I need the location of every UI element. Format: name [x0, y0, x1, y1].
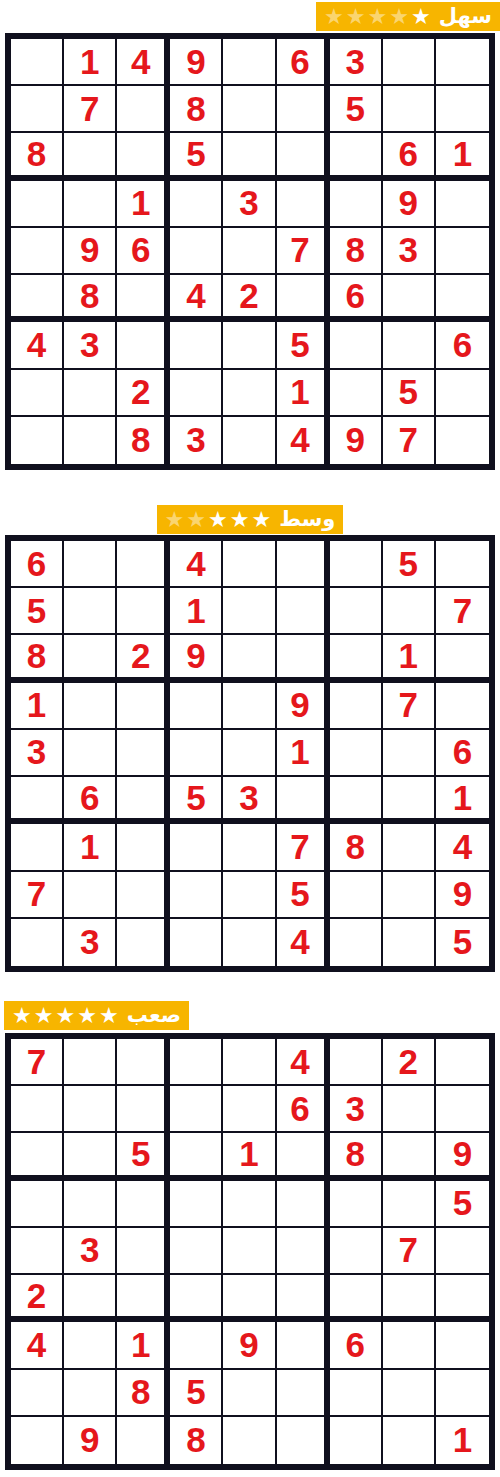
sudoku-cell-r5c4[interactable] [170, 730, 223, 777]
sudoku-cell-r3c5[interactable] [223, 133, 276, 180]
sudoku-cell-r1c8[interactable]: 2 [383, 1039, 436, 1086]
star-icon: ★ [368, 6, 388, 28]
sudoku-cell-r3c3[interactable]: 2 [117, 635, 170, 682]
sudoku-cell-r9c9[interactable]: 5 [436, 919, 489, 966]
sudoku-cell-r4c5[interactable]: 3 [223, 181, 276, 228]
sudoku-cell-r2c7[interactable]: 5 [330, 86, 383, 133]
sudoku-cell-r1c7[interactable] [330, 541, 383, 588]
sudoku-cell-r5c6[interactable] [277, 1228, 330, 1275]
sudoku-cell-r6c8[interactable] [383, 275, 436, 322]
sudoku-cell-r8c6[interactable] [277, 1370, 330, 1417]
sudoku-cell-r7c9[interactable]: 4 [436, 824, 489, 871]
sudoku-cell-r9c7[interactable]: 9 [330, 417, 383, 464]
sudoku-cell-r5c2[interactable]: 3 [64, 1228, 117, 1275]
sudoku-cell-r7c2[interactable]: 1 [64, 824, 117, 871]
sudoku-cell-r8c3[interactable] [117, 872, 170, 919]
sudoku-cell-r7c4[interactable] [170, 322, 223, 369]
sudoku-cell-r6c8[interactable] [383, 1275, 436, 1322]
sudoku-cell-r9c5[interactable] [223, 919, 276, 966]
sudoku-cell-r8c1[interactable] [11, 1370, 64, 1417]
star-icon: ★ [346, 6, 366, 28]
sudoku-cell-r8c5[interactable] [223, 872, 276, 919]
sudoku-cell-r8c1[interactable] [11, 370, 64, 417]
sudoku-cell-r8c8[interactable] [383, 872, 436, 919]
sudoku-cell-r2c1[interactable] [11, 86, 64, 133]
sudoku-cell-r4c7[interactable] [330, 1181, 383, 1228]
sudoku-cell-r9c3[interactable] [117, 919, 170, 966]
puzzle-section-hard: ★★★★★ صعب 7426351895372419685981 [0, 1001, 500, 1470]
sudoku-cell-r8c3[interactable]: 2 [117, 370, 170, 417]
sudoku-cell-r4c8[interactable] [383, 1181, 436, 1228]
sudoku-cell-r1c4[interactable]: 4 [170, 541, 223, 588]
sudoku-cell-r6c1[interactable]: 2 [11, 1275, 64, 1322]
star-rating: ★★★★★ [165, 509, 272, 531]
sudoku-cell-r2c9[interactable] [436, 86, 489, 133]
sudoku-cell-r9c2[interactable]: 3 [64, 919, 117, 966]
sudoku-cell-r6c3[interactable] [117, 777, 170, 824]
sudoku-cell-r7c4[interactable] [170, 824, 223, 871]
sudoku-cell-r7c1[interactable] [11, 824, 64, 871]
sudoku-cell-r8c4[interactable] [170, 872, 223, 919]
sudoku-cell-r2c1[interactable]: 5 [11, 588, 64, 635]
sudoku-cell-r8c6[interactable]: 5 [277, 872, 330, 919]
sudoku-cell-r4c8[interactable]: 9 [383, 181, 436, 228]
sudoku-cell-r3c3[interactable] [117, 133, 170, 180]
sudoku-cell-r4c1[interactable]: 1 [11, 683, 64, 730]
sudoku-cell-r9c5[interactable] [223, 1417, 276, 1464]
sudoku-cell-r1c3[interactable] [117, 541, 170, 588]
sudoku-cell-r5c6[interactable]: 7 [277, 228, 330, 275]
difficulty-label-medium: وسط [279, 505, 335, 534]
sudoku-cell-r9c8[interactable]: 7 [383, 417, 436, 464]
star-icon: ★ [411, 6, 431, 28]
sudoku-cell-r5c8[interactable]: 7 [383, 1228, 436, 1275]
sudoku-cell-r3c9[interactable]: 9 [436, 1133, 489, 1180]
sudoku-cell-r9c9[interactable] [436, 417, 489, 464]
sudoku-cell-r2c6[interactable]: 6 [277, 1086, 330, 1133]
sudoku-cell-r5c5[interactable] [223, 730, 276, 777]
sudoku-cell-r9c2[interactable]: 9 [64, 1417, 117, 1464]
sudoku-cell-r6c6[interactable] [277, 275, 330, 322]
sudoku-cell-r5c3[interactable] [117, 730, 170, 777]
star-icon: ★ [99, 1005, 119, 1027]
sudoku-cell-r6c9[interactable] [436, 275, 489, 322]
star-icon: ★ [186, 509, 206, 531]
sudoku-cell-r7c5[interactable] [223, 322, 276, 369]
sudoku-cell-r6c7[interactable] [330, 1275, 383, 1322]
sudoku-cell-r6c2[interactable]: 8 [64, 275, 117, 322]
sudoku-cell-r1c6[interactable] [277, 541, 330, 588]
sudoku-cell-r5c7[interactable] [330, 1228, 383, 1275]
sudoku-cell-r4c6[interactable]: 9 [277, 683, 330, 730]
sudoku-cell-r5c4[interactable] [170, 228, 223, 275]
sudoku-cell-r4c2[interactable] [64, 683, 117, 730]
sudoku-cell-r9c6[interactable]: 4 [277, 417, 330, 464]
sudoku-cell-r1c5[interactable] [223, 39, 276, 86]
difficulty-banner-easy: ★★★★★ سهل [316, 2, 500, 31]
sudoku-cell-r4c4[interactable] [170, 683, 223, 730]
sudoku-cell-r1c6[interactable]: 4 [277, 1039, 330, 1086]
sudoku-cell-r1c2[interactable]: 1 [64, 39, 117, 86]
star-rating: ★★★★★ [324, 6, 431, 28]
sudoku-cell-r7c3[interactable]: 1 [117, 1322, 170, 1369]
sudoku-cell-r9c3[interactable]: 8 [117, 417, 170, 464]
sudoku-cell-r1c2[interactable] [64, 1039, 117, 1086]
sudoku-cell-r6c1[interactable] [11, 777, 64, 824]
sudoku-cell-r9c1[interactable] [11, 417, 64, 464]
star-icon: ★ [252, 509, 272, 531]
sudoku-cell-r6c3[interactable] [117, 1275, 170, 1322]
sudoku-cell-r3c4[interactable]: 5 [170, 133, 223, 180]
sudoku-cell-r8c9[interactable] [436, 370, 489, 417]
sudoku-cell-r5c1[interactable] [11, 228, 64, 275]
star-icon: ★ [12, 1005, 32, 1027]
sudoku-cell-r9c6[interactable] [277, 1417, 330, 1464]
sudoku-cell-r7c7[interactable]: 8 [330, 824, 383, 871]
sudoku-cell-r3c8[interactable]: 6 [383, 133, 436, 180]
sudoku-cell-r4c4[interactable] [170, 181, 223, 228]
sudoku-cell-r4c3[interactable]: 1 [117, 181, 170, 228]
sudoku-cell-r1c3[interactable]: 4 [117, 39, 170, 86]
sudoku-cell-r5c7[interactable]: 8 [330, 228, 383, 275]
sudoku-cell-r9c1[interactable] [11, 1417, 64, 1464]
puzzle-section-medium: ★★★★★ وسط 645517829119731665311784759345 [0, 505, 500, 972]
sudoku-cell-r6c4[interactable]: 5 [170, 777, 223, 824]
sudoku-cell-r5c9[interactable] [436, 1228, 489, 1275]
sudoku-cell-r4c3[interactable] [117, 683, 170, 730]
sudoku-cell-r6c5[interactable]: 2 [223, 275, 276, 322]
sudoku-cell-r2c9[interactable] [436, 1086, 489, 1133]
sudoku-cell-r6c5[interactable]: 3 [223, 777, 276, 824]
sudoku-cell-r3c1[interactable]: 8 [11, 133, 64, 180]
sudoku-cell-r5c9[interactable]: 6 [436, 730, 489, 777]
sudoku-cell-r2c7[interactable]: 3 [330, 1086, 383, 1133]
sudoku-cell-r5c1[interactable] [11, 1228, 64, 1275]
sudoku-cell-r3c6[interactable] [277, 1133, 330, 1180]
sudoku-cell-r3c2[interactable] [64, 133, 117, 180]
sudoku-cell-r1c9[interactable] [436, 541, 489, 588]
sudoku-cell-r4c5[interactable] [223, 683, 276, 730]
sudoku-cell-r2c8[interactable] [383, 86, 436, 133]
sudoku-cell-r4c8[interactable]: 7 [383, 683, 436, 730]
sudoku-cell-r4c3[interactable] [117, 1181, 170, 1228]
sudoku-cell-r3c7[interactable] [330, 133, 383, 180]
sudoku-cell-r7c4[interactable] [170, 1322, 223, 1369]
sudoku-cell-r5c8[interactable] [383, 730, 436, 777]
sudoku-cell-r9c7[interactable] [330, 919, 383, 966]
difficulty-banner-medium: ★★★★★ وسط [157, 505, 344, 534]
sudoku-cell-r3c9[interactable]: 1 [436, 133, 489, 180]
sudoku-cell-r9c2[interactable] [64, 417, 117, 464]
sudoku-cell-r8c7[interactable] [330, 872, 383, 919]
sudoku-cell-r6c6[interactable] [277, 1275, 330, 1322]
sudoku-cell-r9c4[interactable]: 3 [170, 417, 223, 464]
sudoku-cell-r3c2[interactable] [64, 635, 117, 682]
sudoku-cell-r8c4[interactable]: 5 [170, 1370, 223, 1417]
star-icon: ★ [389, 6, 409, 28]
star-rating: ★★★★★ [12, 1005, 119, 1027]
sudoku-cell-r3c4[interactable] [170, 1133, 223, 1180]
sudoku-cell-r2c8[interactable] [383, 1086, 436, 1133]
sudoku-cell-r9c6[interactable]: 4 [277, 919, 330, 966]
sudoku-cell-r3c8[interactable] [383, 1133, 436, 1180]
sudoku-cell-r3c5[interactable] [223, 635, 276, 682]
sudoku-cell-r5c5[interactable] [223, 1228, 276, 1275]
sudoku-cell-r2c2[interactable] [64, 1086, 117, 1133]
sudoku-cell-r3c4[interactable]: 9 [170, 635, 223, 682]
sudoku-cell-r4c7[interactable] [330, 181, 383, 228]
sudoku-cell-r4c1[interactable] [11, 181, 64, 228]
sudoku-cell-r8c2[interactable] [64, 370, 117, 417]
sudoku-cell-r2c8[interactable] [383, 588, 436, 635]
sudoku-cell-r2c5[interactable] [223, 588, 276, 635]
sudoku-cell-r7c7[interactable]: 6 [330, 1322, 383, 1369]
sudoku-cell-r5c2[interactable]: 9 [64, 228, 117, 275]
sudoku-cell-r5c3[interactable] [117, 1228, 170, 1275]
sudoku-cell-r4c7[interactable] [330, 683, 383, 730]
sudoku-cell-r1c2[interactable] [64, 541, 117, 588]
sudoku-cell-r6c9[interactable]: 1 [436, 777, 489, 824]
sudoku-cell-r7c8[interactable] [383, 322, 436, 369]
sudoku-cell-r1c7[interactable] [330, 1039, 383, 1086]
sudoku-cell-r3c5[interactable]: 1 [223, 1133, 276, 1180]
star-icon: ★ [34, 1005, 54, 1027]
star-icon: ★ [230, 509, 250, 531]
sudoku-cell-r1c9[interactable] [436, 1039, 489, 1086]
sudoku-cell-r4c6[interactable] [277, 1181, 330, 1228]
sudoku-cell-r8c1[interactable]: 7 [11, 872, 64, 919]
sudoku-cell-r7c9[interactable] [436, 1322, 489, 1369]
sudoku-cell-r3c7[interactable] [330, 635, 383, 682]
sudoku-cell-r1c4[interactable]: 9 [170, 39, 223, 86]
sudoku-cell-r8c7[interactable] [330, 370, 383, 417]
sudoku-cell-r1c5[interactable] [223, 541, 276, 588]
sudoku-cell-r9c1[interactable] [11, 919, 64, 966]
sudoku-cell-r1c1[interactable]: 6 [11, 541, 64, 588]
sudoku-cell-r7c2[interactable]: 3 [64, 322, 117, 369]
sudoku-cell-r8c6[interactable]: 1 [277, 370, 330, 417]
sudoku-cell-r8c8[interactable]: 5 [383, 370, 436, 417]
sudoku-cell-r2c3[interactable] [117, 1086, 170, 1133]
sudoku-cell-r4c6[interactable] [277, 181, 330, 228]
sudoku-cell-r2c5[interactable] [223, 1086, 276, 1133]
sudoku-cell-r2c2[interactable]: 7 [64, 86, 117, 133]
sudoku-cell-r8c8[interactable] [383, 1370, 436, 1417]
sudoku-cell-r8c2[interactable] [64, 872, 117, 919]
sudoku-cell-r8c9[interactable]: 9 [436, 872, 489, 919]
sudoku-cell-r8c5[interactable] [223, 370, 276, 417]
sudoku-cell-r4c1[interactable] [11, 1181, 64, 1228]
sudoku-cell-r6c7[interactable]: 6 [330, 275, 383, 322]
sudoku-cell-r9c4[interactable]: 8 [170, 1417, 223, 1464]
star-icon: ★ [77, 1005, 97, 1027]
sudoku-cell-r6c2[interactable]: 6 [64, 777, 117, 824]
sudoku-cell-r3c6[interactable] [277, 133, 330, 180]
sudoku-cell-r5c2[interactable] [64, 730, 117, 777]
sudoku-cell-r6c9[interactable] [436, 1275, 489, 1322]
sudoku-cell-r2c4[interactable]: 8 [170, 86, 223, 133]
sudoku-cell-r3c8[interactable]: 1 [383, 635, 436, 682]
sudoku-cell-r3c6[interactable] [277, 635, 330, 682]
sudoku-cell-r8c3[interactable]: 8 [117, 1370, 170, 1417]
sudoku-cell-r2c1[interactable] [11, 1086, 64, 1133]
sudoku-cell-r6c4[interactable] [170, 1275, 223, 1322]
sudoku-cell-r4c9[interactable] [436, 683, 489, 730]
star-icon: ★ [208, 509, 228, 531]
sudoku-cell-r6c6[interactable] [277, 777, 330, 824]
sudoku-cell-r5c1[interactable]: 3 [11, 730, 64, 777]
sudoku-cell-r2c3[interactable] [117, 588, 170, 635]
sudoku-cell-r2c3[interactable] [117, 86, 170, 133]
sudoku-cell-r5c4[interactable] [170, 1228, 223, 1275]
sudoku-grid-medium: 645517829119731665311784759345 [5, 535, 495, 972]
sudoku-cell-r7c6[interactable]: 7 [277, 824, 330, 871]
sudoku-cell-r6c7[interactable] [330, 777, 383, 824]
star-icon: ★ [165, 509, 185, 531]
sudoku-cell-r3c2[interactable] [64, 1133, 117, 1180]
sudoku-cell-r7c3[interactable] [117, 322, 170, 369]
sudoku-cell-r9c9[interactable]: 1 [436, 1417, 489, 1464]
sudoku-cell-r3c1[interactable] [11, 1133, 64, 1180]
sudoku-cell-r3c9[interactable] [436, 635, 489, 682]
sudoku-cell-r7c3[interactable] [117, 824, 170, 871]
sudoku-cell-r4c4[interactable] [170, 1181, 223, 1228]
sudoku-cell-r7c8[interactable] [383, 1322, 436, 1369]
sudoku-cell-r1c1[interactable]: 7 [11, 1039, 64, 1086]
sudoku-cell-r5c5[interactable] [223, 228, 276, 275]
difficulty-label-hard: صعب [127, 1001, 181, 1030]
sudoku-cell-r8c4[interactable] [170, 370, 223, 417]
sudoku-cell-r4c9[interactable]: 5 [436, 1181, 489, 1228]
sudoku-cell-r9c5[interactable] [223, 417, 276, 464]
sudoku-cell-r7c6[interactable]: 5 [277, 322, 330, 369]
sudoku-cell-r9c8[interactable] [383, 1417, 436, 1464]
sudoku-cell-r2c9[interactable]: 7 [436, 588, 489, 635]
sudoku-cell-r7c2[interactable] [64, 1322, 117, 1369]
sudoku-cell-r1c5[interactable] [223, 1039, 276, 1086]
sudoku-cell-r2c6[interactable] [277, 588, 330, 635]
sudoku-cell-r7c6[interactable] [277, 1322, 330, 1369]
sudoku-cell-r2c7[interactable] [330, 588, 383, 635]
sudoku-cell-r3c3[interactable]: 5 [117, 1133, 170, 1180]
sudoku-cell-r6c8[interactable] [383, 777, 436, 824]
sudoku-cell-r1c6[interactable]: 6 [277, 39, 330, 86]
sudoku-cell-r8c7[interactable] [330, 1370, 383, 1417]
sudoku-cell-r2c2[interactable] [64, 588, 117, 635]
sudoku-cell-r8c2[interactable] [64, 1370, 117, 1417]
sudoku-cell-r1c9[interactable] [436, 39, 489, 86]
sudoku-cell-r9c7[interactable] [330, 1417, 383, 1464]
sudoku-cell-r9c3[interactable] [117, 1417, 170, 1464]
sudoku-cell-r5c9[interactable] [436, 228, 489, 275]
sudoku-cell-r1c8[interactable] [383, 39, 436, 86]
sudoku-cell-r1c1[interactable] [11, 39, 64, 86]
sudoku-cell-r7c5[interactable]: 9 [223, 1322, 276, 1369]
sudoku-cell-r7c5[interactable] [223, 824, 276, 871]
sudoku-cell-r4c2[interactable] [64, 1181, 117, 1228]
sudoku-cell-r7c8[interactable] [383, 824, 436, 871]
sudoku-cell-r8c9[interactable] [436, 1370, 489, 1417]
sudoku-cell-r4c5[interactable] [223, 1181, 276, 1228]
sudoku-cell-r7c9[interactable]: 6 [436, 322, 489, 369]
sudoku-cell-r6c3[interactable] [117, 275, 170, 322]
sudoku-cell-r2c5[interactable] [223, 86, 276, 133]
sudoku-cell-r6c1[interactable] [11, 275, 64, 322]
sudoku-cell-r8c5[interactable] [223, 1370, 276, 1417]
sudoku-cell-r1c3[interactable] [117, 1039, 170, 1086]
star-icon: ★ [55, 1005, 75, 1027]
difficulty-banner-hard: ★★★★★ صعب [4, 1001, 189, 1030]
sudoku-cell-r7c1[interactable]: 4 [11, 322, 64, 369]
sudoku-cell-r4c9[interactable] [436, 181, 489, 228]
sudoku-cell-r5c6[interactable]: 1 [277, 730, 330, 777]
sudoku-cell-r1c8[interactable]: 5 [383, 541, 436, 588]
sudoku-cell-r6c4[interactable]: 4 [170, 275, 223, 322]
sudoku-cell-r6c5[interactable] [223, 1275, 276, 1322]
sudoku-cell-r9c4[interactable] [170, 919, 223, 966]
sudoku-cell-r5c8[interactable]: 3 [383, 228, 436, 275]
difficulty-label-easy: سهل [439, 2, 492, 31]
sudoku-cell-r2c4[interactable]: 1 [170, 588, 223, 635]
sudoku-cell-r5c7[interactable] [330, 730, 383, 777]
star-icon: ★ [324, 6, 344, 28]
sudoku-cell-r5c3[interactable]: 6 [117, 228, 170, 275]
sudoku-grid-hard: 7426351895372419685981 [5, 1033, 495, 1470]
sudoku-cell-r2c6[interactable] [277, 86, 330, 133]
sudoku-cell-r3c1[interactable]: 8 [11, 635, 64, 682]
sudoku-cell-r6c2[interactable] [64, 1275, 117, 1322]
sudoku-cell-r3c7[interactable]: 8 [330, 1133, 383, 1180]
sudoku-cell-r7c1[interactable]: 4 [11, 1322, 64, 1369]
sudoku-cell-r4c2[interactable] [64, 181, 117, 228]
sudoku-cell-r1c7[interactable]: 3 [330, 39, 383, 86]
puzzle-section-easy: ★★★★★ سهل 149637858561139967838426435621… [0, 2, 500, 470]
sudoku-cell-r9c8[interactable] [383, 919, 436, 966]
sudoku-grid-easy: 149637858561139967838426435621583497 [5, 33, 495, 470]
sudoku-cell-r2c4[interactable] [170, 1086, 223, 1133]
sudoku-cell-r7c7[interactable] [330, 322, 383, 369]
sudoku-cell-r1c4[interactable] [170, 1039, 223, 1086]
